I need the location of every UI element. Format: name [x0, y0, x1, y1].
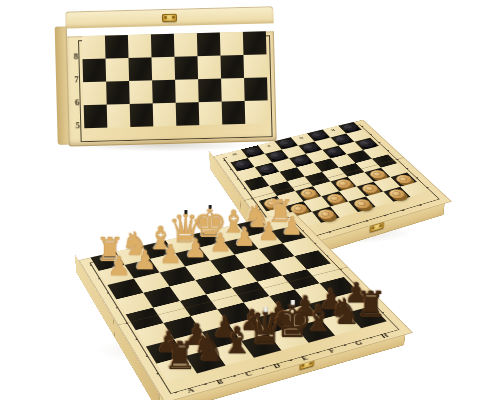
product-photo: 8765 ABCDEFGH ♜♞♝♛♚♝♞♜♟♟♟♟♟♟♟♟♟♟♟♟♟♟♟♟♜♞… — [0, 0, 500, 400]
square — [84, 105, 108, 129]
wooden-checker-piece — [315, 208, 337, 221]
square — [130, 103, 154, 127]
rank-label: 8 — [70, 44, 82, 67]
square — [197, 56, 221, 80]
closed-box: 8765 — [54, 6, 277, 147]
square — [221, 78, 245, 102]
square — [151, 34, 175, 58]
square — [243, 54, 267, 78]
brass-clasp-icon — [162, 14, 177, 22]
square — [83, 82, 107, 106]
square — [391, 172, 418, 186]
square — [295, 283, 333, 304]
square — [106, 81, 130, 105]
black-checker-piece — [267, 151, 286, 161]
square — [129, 80, 153, 104]
square — [128, 34, 152, 58]
square — [222, 101, 246, 125]
square — [198, 79, 222, 103]
square — [176, 102, 200, 126]
square — [199, 102, 223, 126]
square — [244, 77, 268, 101]
square — [105, 35, 129, 59]
square — [174, 33, 198, 57]
square — [83, 59, 107, 83]
square — [220, 55, 244, 79]
square — [129, 57, 153, 81]
square — [107, 104, 131, 128]
square — [197, 33, 221, 57]
rank-label: 5 — [72, 113, 84, 136]
square — [82, 36, 106, 60]
box-front-half-board: 8765 — [66, 31, 277, 146]
square — [106, 58, 130, 82]
square — [174, 56, 198, 80]
wooden-checker-piece — [359, 183, 380, 195]
black-checker-piece — [357, 139, 376, 149]
wooden-checker-piece — [386, 188, 407, 200]
square — [175, 79, 199, 103]
square — [245, 100, 269, 124]
box-board-grid — [82, 31, 268, 128]
square — [243, 31, 267, 55]
black-checker-piece — [291, 155, 310, 165]
box-top-edge — [65, 6, 273, 28]
square — [151, 57, 175, 81]
square — [153, 103, 177, 127]
rank-label: 7 — [71, 67, 83, 90]
white-rook-piece: ♜ — [95, 234, 125, 265]
square — [152, 80, 176, 104]
rank-label: 6 — [71, 90, 83, 113]
square — [220, 32, 244, 56]
